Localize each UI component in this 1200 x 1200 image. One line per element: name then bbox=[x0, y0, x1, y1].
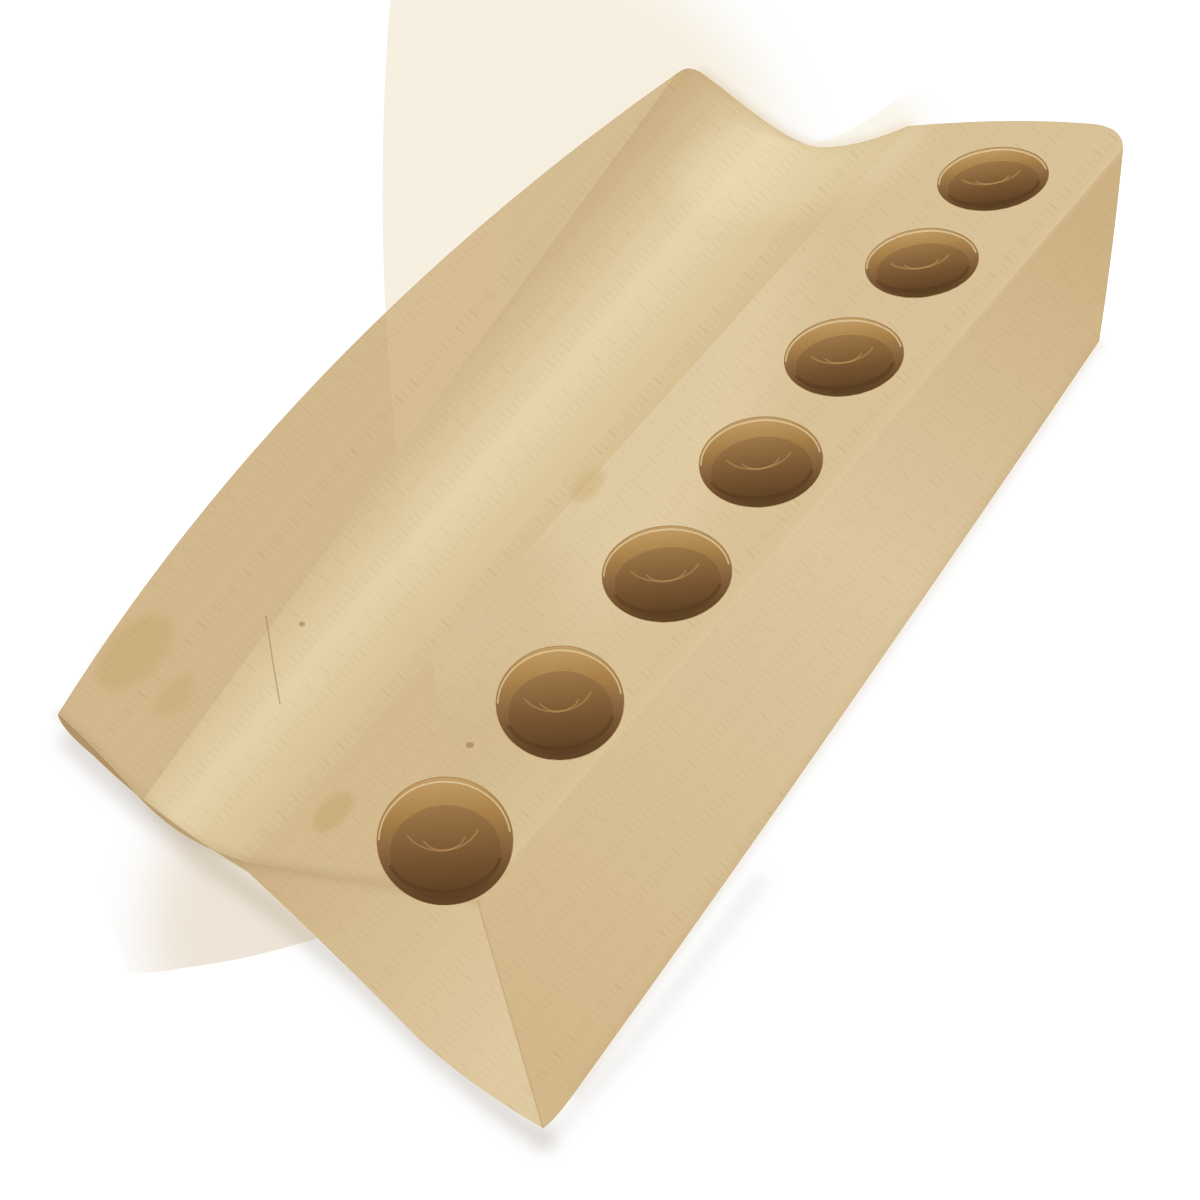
wooden-block-photo bbox=[0, 0, 1200, 1200]
product-photo: Overhead angled product photo of a light… bbox=[0, 0, 1200, 1200]
wood-grain-overlay bbox=[0, 0, 1200, 1200]
